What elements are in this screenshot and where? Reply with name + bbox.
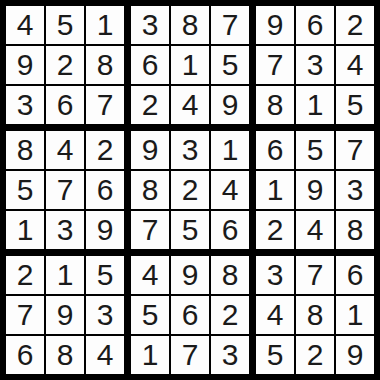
sudoku-cell-r3c2[interactable]: 6 (46, 86, 84, 124)
sudoku-cell-r4c2[interactable]: 4 (46, 131, 84, 169)
sudoku-cell-r2c8[interactable]: 3 (296, 46, 334, 84)
sudoku-box: 657193248 (256, 131, 374, 249)
sudoku-cell-r4c5[interactable]: 3 (171, 131, 209, 169)
sudoku-cell-r1c7[interactable]: 9 (256, 6, 294, 44)
sudoku-cell-r1c1[interactable]: 4 (6, 6, 44, 44)
sudoku-cell-r6c3[interactable]: 9 (86, 211, 124, 249)
sudoku-box: 451928367 (6, 6, 124, 124)
sudoku-cell-r2c9[interactable]: 4 (336, 46, 374, 84)
sudoku-cell-r9c2[interactable]: 8 (46, 336, 84, 374)
sudoku-cell-r4c3[interactable]: 2 (86, 131, 124, 169)
sudoku-cell-r5c8[interactable]: 9 (296, 171, 334, 209)
sudoku-cell-r6c2[interactable]: 3 (46, 211, 84, 249)
sudoku-cell-r2c2[interactable]: 2 (46, 46, 84, 84)
sudoku-cell-r7c2[interactable]: 1 (46, 256, 84, 294)
sudoku-cell-r2c1[interactable]: 9 (6, 46, 44, 84)
sudoku-box: 215793684 (6, 256, 124, 374)
sudoku-cell-r2c5[interactable]: 1 (171, 46, 209, 84)
sudoku-box: 931824756 (131, 131, 249, 249)
sudoku-cell-r4c4[interactable]: 9 (131, 131, 169, 169)
sudoku-cell-r9c5[interactable]: 7 (171, 336, 209, 374)
sudoku-cell-r9c1[interactable]: 6 (6, 336, 44, 374)
sudoku-cell-r6c7[interactable]: 2 (256, 211, 294, 249)
sudoku-cell-r7c7[interactable]: 3 (256, 256, 294, 294)
sudoku-cell-r1c3[interactable]: 1 (86, 6, 124, 44)
sudoku-cell-r3c9[interactable]: 5 (336, 86, 374, 124)
sudoku-cell-r5c2[interactable]: 7 (46, 171, 84, 209)
sudoku-cell-r5c7[interactable]: 1 (256, 171, 294, 209)
sudoku-cell-r1c6[interactable]: 7 (211, 6, 249, 44)
sudoku-cell-r1c4[interactable]: 3 (131, 6, 169, 44)
sudoku-cell-r5c9[interactable]: 3 (336, 171, 374, 209)
sudoku-cell-r8c3[interactable]: 3 (86, 296, 124, 334)
sudoku-cell-r8c9[interactable]: 1 (336, 296, 374, 334)
sudoku-cell-r8c2[interactable]: 9 (46, 296, 84, 334)
sudoku-cell-r3c1[interactable]: 3 (6, 86, 44, 124)
sudoku-box: 498562173 (131, 256, 249, 374)
sudoku-cell-r4c6[interactable]: 1 (211, 131, 249, 169)
sudoku-cell-r2c6[interactable]: 5 (211, 46, 249, 84)
sudoku-cell-r5c6[interactable]: 4 (211, 171, 249, 209)
sudoku-cell-r4c7[interactable]: 6 (256, 131, 294, 169)
sudoku-cell-r6c8[interactable]: 4 (296, 211, 334, 249)
sudoku-cell-r3c4[interactable]: 2 (131, 86, 169, 124)
sudoku-cell-r6c6[interactable]: 6 (211, 211, 249, 249)
sudoku-cell-r7c9[interactable]: 6 (336, 256, 374, 294)
sudoku-cell-r3c6[interactable]: 9 (211, 86, 249, 124)
sudoku-cell-r1c8[interactable]: 6 (296, 6, 334, 44)
sudoku-cell-r9c7[interactable]: 5 (256, 336, 294, 374)
sudoku-cell-r5c4[interactable]: 8 (131, 171, 169, 209)
sudoku-cell-r9c3[interactable]: 4 (86, 336, 124, 374)
sudoku-cell-r3c5[interactable]: 4 (171, 86, 209, 124)
sudoku-cell-r2c3[interactable]: 8 (86, 46, 124, 84)
sudoku-cell-r4c1[interactable]: 8 (6, 131, 44, 169)
sudoku-cell-r9c6[interactable]: 3 (211, 336, 249, 374)
sudoku-cell-r8c1[interactable]: 7 (6, 296, 44, 334)
sudoku-box: 376481529 (256, 256, 374, 374)
sudoku-cell-r8c8[interactable]: 8 (296, 296, 334, 334)
sudoku-cell-r8c4[interactable]: 5 (131, 296, 169, 334)
sudoku-cell-r7c6[interactable]: 8 (211, 256, 249, 294)
sudoku-box: 842576139 (6, 131, 124, 249)
sudoku-cell-r7c4[interactable]: 4 (131, 256, 169, 294)
sudoku-cell-r7c3[interactable]: 5 (86, 256, 124, 294)
sudoku-cell-r8c7[interactable]: 4 (256, 296, 294, 334)
sudoku-box: 387615249 (131, 6, 249, 124)
sudoku-cell-r7c8[interactable]: 7 (296, 256, 334, 294)
sudoku-cell-r3c8[interactable]: 1 (296, 86, 334, 124)
sudoku-cell-r3c3[interactable]: 7 (86, 86, 124, 124)
sudoku-cell-r3c7[interactable]: 8 (256, 86, 294, 124)
sudoku-cell-r1c2[interactable]: 5 (46, 6, 84, 44)
sudoku-cell-r2c7[interactable]: 7 (256, 46, 294, 84)
sudoku-cell-r9c9[interactable]: 9 (336, 336, 374, 374)
sudoku-cell-r8c6[interactable]: 2 (211, 296, 249, 334)
sudoku-cell-r9c4[interactable]: 1 (131, 336, 169, 374)
sudoku-cell-r5c1[interactable]: 5 (6, 171, 44, 209)
sudoku-cell-r7c1[interactable]: 2 (6, 256, 44, 294)
sudoku-cell-r6c4[interactable]: 7 (131, 211, 169, 249)
sudoku-cell-r8c5[interactable]: 6 (171, 296, 209, 334)
sudoku-cell-r5c3[interactable]: 6 (86, 171, 124, 209)
sudoku-board: 4519283673876152499627348158425761399318… (0, 0, 380, 380)
sudoku-cell-r5c5[interactable]: 2 (171, 171, 209, 209)
sudoku-box: 962734815 (256, 6, 374, 124)
sudoku-cell-r7c5[interactable]: 9 (171, 256, 209, 294)
sudoku-cell-r6c9[interactable]: 8 (336, 211, 374, 249)
sudoku-cell-r2c4[interactable]: 6 (131, 46, 169, 84)
sudoku-cell-r6c1[interactable]: 1 (6, 211, 44, 249)
sudoku-cell-r1c9[interactable]: 2 (336, 6, 374, 44)
sudoku-cell-r1c5[interactable]: 8 (171, 6, 209, 44)
sudoku-cell-r9c8[interactable]: 2 (296, 336, 334, 374)
sudoku-cell-r6c5[interactable]: 5 (171, 211, 209, 249)
sudoku-cell-r4c8[interactable]: 5 (296, 131, 334, 169)
sudoku-cell-r4c9[interactable]: 7 (336, 131, 374, 169)
